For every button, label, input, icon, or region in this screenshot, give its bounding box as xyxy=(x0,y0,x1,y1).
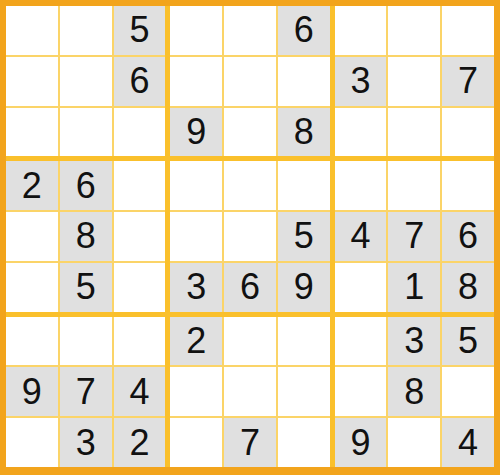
cell-r7c2-empty[interactable] xyxy=(60,317,112,366)
cell-r3c8-empty[interactable] xyxy=(388,108,440,157)
sudoku-board: 56698372685536947618974322735894 xyxy=(0,0,500,475)
cell-r5c6-given[interactable]: 5 xyxy=(278,212,330,261)
cell-r7c6-empty[interactable] xyxy=(278,317,330,366)
cell-r8c8-given[interactable]: 8 xyxy=(388,367,440,416)
cell-r4c1-given[interactable]: 2 xyxy=(6,161,58,210)
box-r3c1: 97432 xyxy=(6,317,165,467)
cell-r3c7-empty[interactable] xyxy=(335,108,387,157)
cell-r4c2-given[interactable]: 6 xyxy=(60,161,112,210)
cell-r6c8-given[interactable]: 1 xyxy=(388,263,440,312)
cell-r9c1-empty[interactable] xyxy=(6,418,58,467)
cell-r7c1-empty[interactable] xyxy=(6,317,58,366)
cell-r7c5-empty[interactable] xyxy=(224,317,276,366)
cell-r7c4-given[interactable]: 2 xyxy=(170,317,222,366)
cell-r2c8-empty[interactable] xyxy=(388,57,440,106)
cell-r9c8-empty[interactable] xyxy=(388,418,440,467)
cell-r2c7-given[interactable]: 3 xyxy=(335,57,387,106)
cell-r5c4-empty[interactable] xyxy=(170,212,222,261)
cell-r3c5-empty[interactable] xyxy=(224,108,276,157)
cell-r1c4-empty[interactable] xyxy=(170,6,222,55)
cell-r6c9-given[interactable]: 8 xyxy=(442,263,494,312)
cell-r5c3-empty[interactable] xyxy=(114,212,166,261)
cell-r4c7-empty[interactable] xyxy=(335,161,387,210)
box-r1c1: 56 xyxy=(6,6,165,156)
box-r2c3: 47618 xyxy=(335,161,494,311)
cell-r1c3-given[interactable]: 5 xyxy=(114,6,166,55)
cell-r9c7-given[interactable]: 9 xyxy=(335,418,387,467)
cell-r2c1-empty[interactable] xyxy=(6,57,58,106)
box-r1c2: 698 xyxy=(170,6,329,156)
box-r3c3: 35894 xyxy=(335,317,494,467)
cell-r8c6-empty[interactable] xyxy=(278,367,330,416)
box-r2c2: 5369 xyxy=(170,161,329,311)
cell-r3c1-empty[interactable] xyxy=(6,108,58,157)
cell-r2c2-empty[interactable] xyxy=(60,57,112,106)
cell-r6c5-given[interactable]: 6 xyxy=(224,263,276,312)
cell-r7c3-empty[interactable] xyxy=(114,317,166,366)
cell-r1c9-empty[interactable] xyxy=(442,6,494,55)
cell-r1c8-empty[interactable] xyxy=(388,6,440,55)
cell-r4c6-empty[interactable] xyxy=(278,161,330,210)
cell-r8c5-empty[interactable] xyxy=(224,367,276,416)
cell-r1c6-given[interactable]: 6 xyxy=(278,6,330,55)
cell-r9c4-empty[interactable] xyxy=(170,418,222,467)
cell-r3c3-empty[interactable] xyxy=(114,108,166,157)
cell-r5c7-given[interactable]: 4 xyxy=(335,212,387,261)
cell-r6c4-given[interactable]: 3 xyxy=(170,263,222,312)
cell-r5c2-given[interactable]: 8 xyxy=(60,212,112,261)
cell-r2c9-given[interactable]: 7 xyxy=(442,57,494,106)
cell-r8c3-given[interactable]: 4 xyxy=(114,367,166,416)
cell-r3c6-given[interactable]: 8 xyxy=(278,108,330,157)
cell-r8c1-given[interactable]: 9 xyxy=(6,367,58,416)
cell-r5c1-empty[interactable] xyxy=(6,212,58,261)
cell-r9c6-empty[interactable] xyxy=(278,418,330,467)
cell-r6c2-given[interactable]: 5 xyxy=(60,263,112,312)
cell-r2c6-empty[interactable] xyxy=(278,57,330,106)
cell-r3c9-empty[interactable] xyxy=(442,108,494,157)
cell-r5c9-given[interactable]: 6 xyxy=(442,212,494,261)
cell-r1c2-empty[interactable] xyxy=(60,6,112,55)
cell-r7c9-given[interactable]: 5 xyxy=(442,317,494,366)
cell-r3c4-given[interactable]: 9 xyxy=(170,108,222,157)
cell-r9c9-given[interactable]: 4 xyxy=(442,418,494,467)
cell-r4c4-empty[interactable] xyxy=(170,161,222,210)
cell-r3c2-empty[interactable] xyxy=(60,108,112,157)
cell-r6c3-empty[interactable] xyxy=(114,263,166,312)
cell-r4c3-empty[interactable] xyxy=(114,161,166,210)
cell-r9c5-given[interactable]: 7 xyxy=(224,418,276,467)
cell-r6c7-empty[interactable] xyxy=(335,263,387,312)
cell-r8c4-empty[interactable] xyxy=(170,367,222,416)
cell-r1c7-empty[interactable] xyxy=(335,6,387,55)
cell-r4c8-empty[interactable] xyxy=(388,161,440,210)
cell-r5c5-empty[interactable] xyxy=(224,212,276,261)
box-r1c3: 37 xyxy=(335,6,494,156)
cell-r4c5-empty[interactable] xyxy=(224,161,276,210)
cell-r7c8-given[interactable]: 3 xyxy=(388,317,440,366)
cell-r2c3-given[interactable]: 6 xyxy=(114,57,166,106)
cell-r6c6-given[interactable]: 9 xyxy=(278,263,330,312)
cell-r9c2-given[interactable]: 3 xyxy=(60,418,112,467)
cell-r1c1-empty[interactable] xyxy=(6,6,58,55)
cell-r2c5-empty[interactable] xyxy=(224,57,276,106)
cell-r8c2-given[interactable]: 7 xyxy=(60,367,112,416)
box-r2c1: 2685 xyxy=(6,161,165,311)
box-r3c2: 27 xyxy=(170,317,329,467)
cell-r4c9-empty[interactable] xyxy=(442,161,494,210)
cell-r8c9-empty[interactable] xyxy=(442,367,494,416)
cell-r5c8-given[interactable]: 7 xyxy=(388,212,440,261)
cell-r1c5-empty[interactable] xyxy=(224,6,276,55)
cell-r6c1-empty[interactable] xyxy=(6,263,58,312)
cell-r2c4-empty[interactable] xyxy=(170,57,222,106)
cell-r9c3-given[interactable]: 2 xyxy=(114,418,166,467)
cell-r8c7-empty[interactable] xyxy=(335,367,387,416)
cell-r7c7-empty[interactable] xyxy=(335,317,387,366)
